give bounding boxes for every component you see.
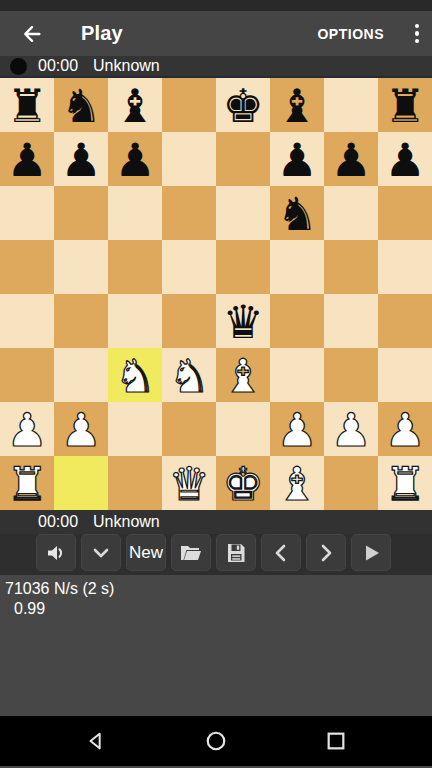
square-d2[interactable]: [162, 402, 216, 456]
black-knight: ♞: [54, 78, 108, 132]
square-g4[interactable]: [324, 294, 378, 348]
white-king: ♚: [216, 456, 270, 510]
engine-eval: 0.99: [0, 599, 432, 619]
square-a5[interactable]: [0, 240, 54, 294]
square-h1[interactable]: ♜: [378, 456, 432, 510]
square-a3[interactable]: [0, 348, 54, 402]
square-h8[interactable]: ♜: [378, 78, 432, 132]
white-pawn: ♟: [324, 402, 378, 456]
chevron-right-icon: [314, 541, 338, 565]
nav-back-icon: [85, 730, 107, 752]
turn-indicator-black: [10, 58, 27, 75]
engine-output: 71036 N/s (2 s) 0.99: [0, 575, 432, 716]
square-b1[interactable]: [54, 456, 108, 510]
square-f3[interactable]: [270, 348, 324, 402]
white-pawn: ♟: [54, 402, 108, 456]
play-icon: [359, 541, 383, 565]
black-pawn: ♟: [270, 132, 324, 186]
square-f5[interactable]: [270, 240, 324, 294]
speaker-icon: [44, 541, 68, 565]
player-name-black: Unknown: [93, 57, 160, 75]
square-g2[interactable]: ♟: [324, 402, 378, 456]
android-nav-bar: [0, 716, 432, 766]
square-d5[interactable]: [162, 240, 216, 294]
black-king: ♚: [216, 78, 270, 132]
nav-home-icon: [205, 730, 227, 752]
white-bishop: ♝: [270, 456, 324, 510]
black-knight: ♞: [270, 186, 324, 240]
chevron-left-icon: [269, 541, 293, 565]
square-b8[interactable]: ♞: [54, 78, 108, 132]
square-g1[interactable]: [324, 456, 378, 510]
white-rook: ♜: [378, 456, 432, 510]
square-h4[interactable]: [378, 294, 432, 348]
square-d3[interactable]: ♞: [162, 348, 216, 402]
square-b6[interactable]: [54, 186, 108, 240]
square-b7[interactable]: ♟: [54, 132, 108, 186]
white-pawn: ♟: [270, 402, 324, 456]
overflow-menu-icon[interactable]: [410, 21, 424, 47]
square-h2[interactable]: ♟: [378, 402, 432, 456]
square-a8[interactable]: ♜: [0, 78, 54, 132]
square-f6[interactable]: ♞: [270, 186, 324, 240]
square-h6[interactable]: [378, 186, 432, 240]
square-a6[interactable]: [0, 186, 54, 240]
square-b2[interactable]: ♟: [54, 402, 108, 456]
move-forward-button[interactable]: [306, 534, 346, 571]
player-name-white: Unknown: [93, 513, 160, 531]
move-back-button[interactable]: [261, 534, 301, 571]
player-row-white: 00:00 Unknown: [0, 510, 432, 534]
folder-open-icon: [178, 541, 204, 565]
black-bishop: ♝: [108, 78, 162, 132]
player-row-black: 00:00 Unknown: [0, 56, 432, 78]
white-knight: ♞: [162, 348, 216, 402]
square-c3[interactable]: ♞: [108, 348, 162, 402]
square-g6[interactable]: [324, 186, 378, 240]
square-d7[interactable]: [162, 132, 216, 186]
app-bar: Play OPTIONS: [0, 11, 432, 56]
square-e3[interactable]: ♝: [216, 348, 270, 402]
nav-back-button[interactable]: [84, 729, 108, 753]
back-arrow-icon: [21, 23, 43, 45]
square-c1[interactable]: [108, 456, 162, 510]
square-h7[interactable]: ♟: [378, 132, 432, 186]
volume-button[interactable]: [36, 534, 76, 571]
nav-recents-icon: [325, 730, 347, 752]
square-d8[interactable]: [162, 78, 216, 132]
square-e7[interactable]: [216, 132, 270, 186]
black-rook: ♜: [378, 78, 432, 132]
square-c8[interactable]: ♝: [108, 78, 162, 132]
square-g8[interactable]: [324, 78, 378, 132]
chess-app-screen: Play OPTIONS 00:00 Unknown ♜♞♝♚♝♜♟♟♟♟♟♟♞…: [0, 0, 432, 768]
new-game-button[interactable]: New: [126, 534, 166, 571]
square-a1[interactable]: ♜: [0, 456, 54, 510]
square-g7[interactable]: ♟: [324, 132, 378, 186]
clock-black: 00:00: [38, 57, 78, 75]
nav-recents-button[interactable]: [324, 729, 348, 753]
white-pawn: ♟: [0, 402, 54, 456]
square-e4[interactable]: ♛: [216, 294, 270, 348]
white-pawn: ♟: [378, 402, 432, 456]
black-bishop: ♝: [270, 78, 324, 132]
square-f7[interactable]: ♟: [270, 132, 324, 186]
square-d4[interactable]: [162, 294, 216, 348]
engine-speed: 71036 N/s (2 s): [0, 579, 432, 599]
square-c4[interactable]: [108, 294, 162, 348]
page-title: Play: [81, 22, 123, 45]
nav-home-button[interactable]: [204, 729, 228, 753]
black-pawn: ♟: [324, 132, 378, 186]
back-button[interactable]: [20, 22, 44, 46]
square-c7[interactable]: ♟: [108, 132, 162, 186]
status-bar: [0, 0, 432, 11]
engine-play-button[interactable]: [351, 534, 391, 571]
save-button[interactable]: [216, 534, 256, 571]
square-d1[interactable]: ♛: [162, 456, 216, 510]
square-c5[interactable]: [108, 240, 162, 294]
square-b5[interactable]: [54, 240, 108, 294]
options-button[interactable]: OPTIONS: [317, 26, 384, 42]
square-f8[interactable]: ♝: [270, 78, 324, 132]
chess-board: ♜♞♝♚♝♜♟♟♟♟♟♟♞♛♞♞♝♟♟♟♟♟♜♛♚♝♜: [0, 78, 432, 510]
square-f1[interactable]: ♝: [270, 456, 324, 510]
square-h5[interactable]: [378, 240, 432, 294]
square-b3[interactable]: [54, 348, 108, 402]
square-g3[interactable]: [324, 348, 378, 402]
square-d6[interactable]: [162, 186, 216, 240]
square-a2[interactable]: ♟: [0, 402, 54, 456]
chevron-down-icon: [89, 541, 113, 565]
toolbar: New: [0, 534, 432, 575]
square-e2[interactable]: [216, 402, 270, 456]
square-h3[interactable]: [378, 348, 432, 402]
black-pawn: ♟: [54, 132, 108, 186]
square-e6[interactable]: [216, 186, 270, 240]
square-a7[interactable]: ♟: [0, 132, 54, 186]
clock-white: 00:00: [38, 513, 78, 531]
white-rook: ♜: [0, 456, 54, 510]
square-e8[interactable]: ♚: [216, 78, 270, 132]
open-file-button[interactable]: [171, 534, 211, 571]
square-e5[interactable]: [216, 240, 270, 294]
white-bishop: ♝: [216, 348, 270, 402]
square-c2[interactable]: [108, 402, 162, 456]
white-knight: ♞: [108, 348, 162, 402]
black-pawn: ♟: [0, 132, 54, 186]
black-rook: ♜: [0, 78, 54, 132]
black-pawn: ♟: [378, 132, 432, 186]
white-queen: ♛: [162, 456, 216, 510]
square-b4[interactable]: [54, 294, 108, 348]
save-floppy-icon: [224, 541, 248, 565]
black-queen: ♛: [216, 294, 270, 348]
square-f4[interactable]: [270, 294, 324, 348]
black-pawn: ♟: [108, 132, 162, 186]
square-a4[interactable]: [0, 294, 54, 348]
square-g5[interactable]: [324, 240, 378, 294]
square-f2[interactable]: ♟: [270, 402, 324, 456]
square-e1[interactable]: ♚: [216, 456, 270, 510]
square-c6[interactable]: [108, 186, 162, 240]
expand-moves-button[interactable]: [81, 534, 121, 571]
